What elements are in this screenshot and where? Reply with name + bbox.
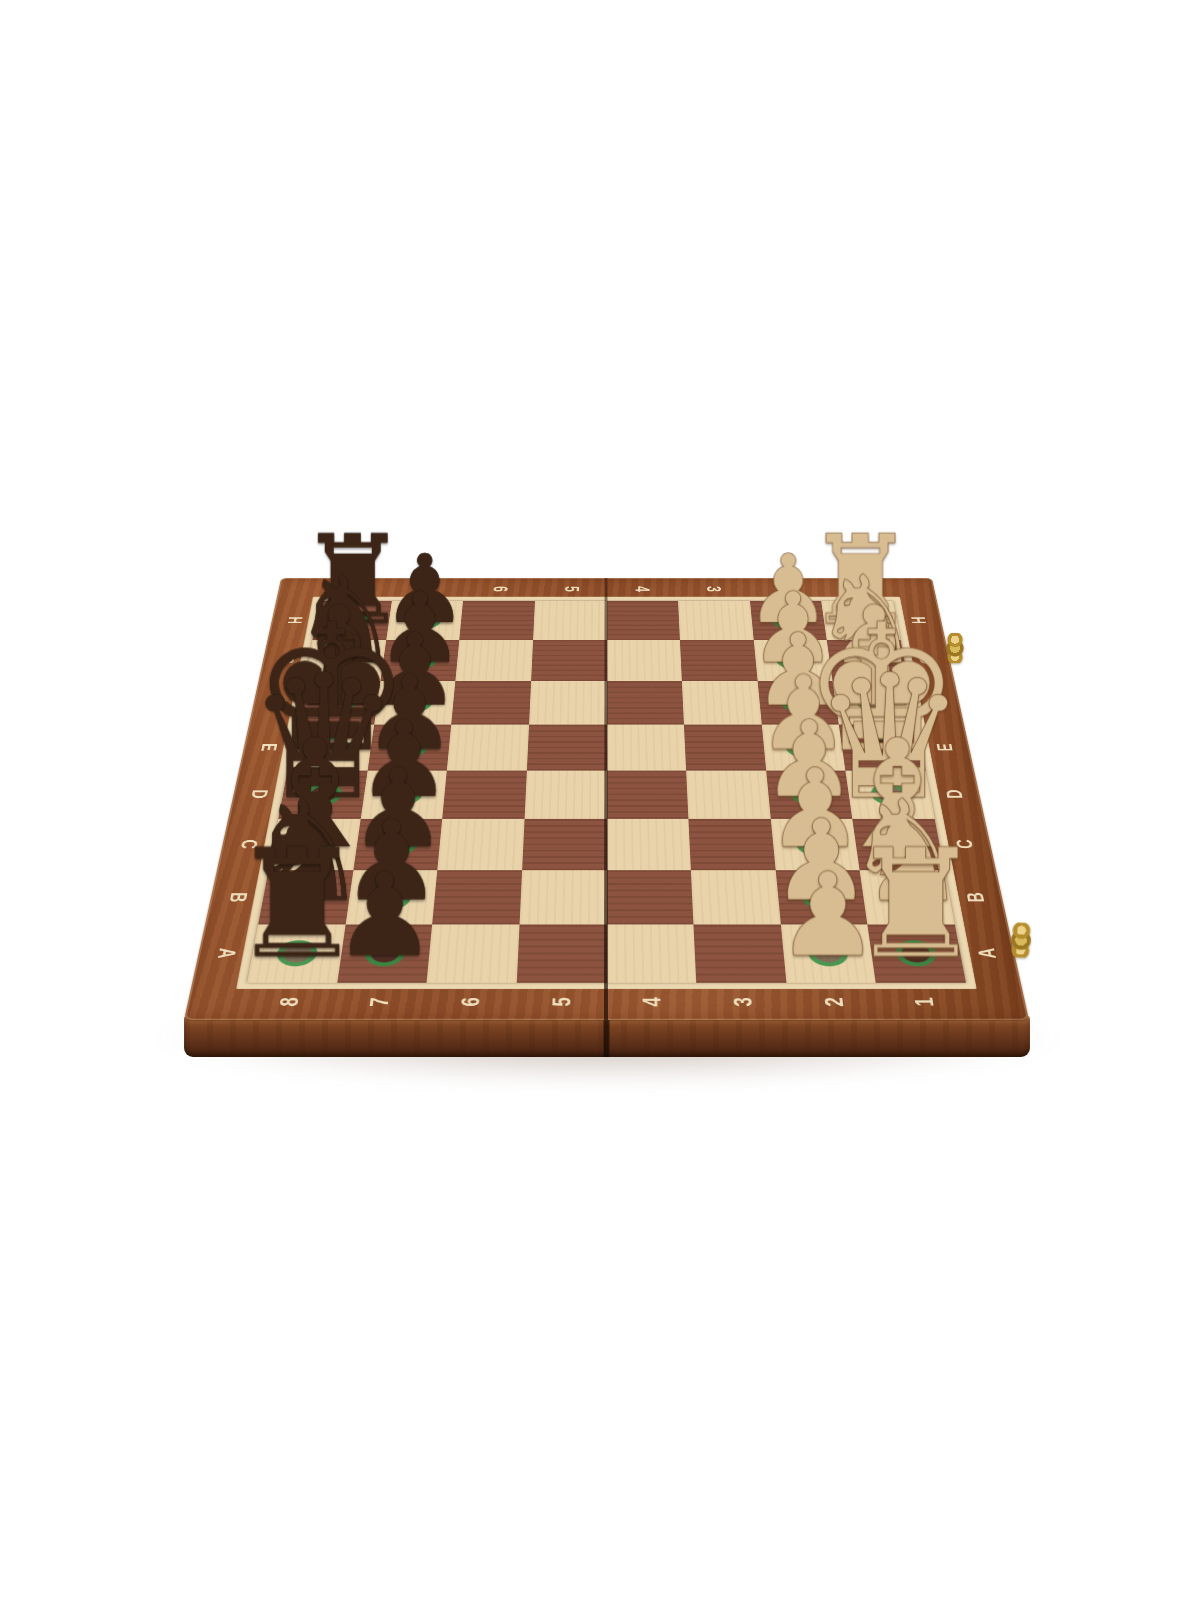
square-f3[interactable] (682, 681, 762, 724)
square-f4[interactable] (607, 681, 685, 724)
label-rank-far-6: 6 (488, 586, 511, 592)
label-file-right-A: A (973, 948, 1001, 959)
square-e4[interactable] (607, 724, 687, 770)
square-h6[interactable] (459, 601, 534, 640)
label-file-right-C: C (952, 839, 978, 848)
square-d5[interactable] (524, 770, 606, 818)
label-file-right-D: D (942, 790, 968, 799)
label-rank-near-3: 3 (728, 997, 757, 1006)
label-file-left-B: B (224, 892, 251, 902)
square-e5[interactable] (527, 724, 607, 770)
square-e6[interactable] (447, 724, 529, 770)
square-h3[interactable] (678, 601, 753, 640)
label-file-left-E: E (256, 743, 281, 751)
label-file-left-A: A (212, 948, 240, 959)
label-rank-near-1: 1 (909, 997, 939, 1006)
square-c6[interactable] (438, 819, 525, 870)
square-g4[interactable] (607, 640, 682, 681)
label-file-left-F: F (265, 699, 289, 706)
label-file-right-G: G (915, 656, 939, 664)
square-d6[interactable] (442, 770, 526, 818)
label-file-right-B: B (962, 892, 989, 902)
label-rank-far-8: 8 (346, 586, 369, 592)
square-g3[interactable] (680, 640, 757, 681)
label-file-right-F: F (924, 699, 948, 706)
square-a4[interactable] (607, 925, 697, 983)
brass-clasp-icon[interactable] (1007, 922, 1034, 958)
label-rank-near-5: 5 (547, 997, 576, 1006)
chessboard-scene: HGFEDCBAHGFEDCBA8765432187654321 ♜♞♝♛♚♝♞… (184, 175, 1029, 1020)
label-rank-near-7: 7 (365, 997, 395, 1006)
label-rank-far-5: 5 (560, 586, 583, 592)
product-photo-stage: HGFEDCBAHGFEDCBA8765432187654321 ♜♞♝♛♚♝♞… (0, 0, 1200, 1600)
label-rank-near-2: 2 (819, 997, 849, 1006)
square-f5[interactable] (529, 681, 607, 724)
square-e3[interactable] (684, 724, 766, 770)
label-rank-far-2: 2 (773, 586, 796, 592)
square-a6[interactable] (427, 925, 520, 983)
label-file-left-D: D (245, 790, 271, 799)
square-c5[interactable] (522, 819, 606, 870)
label-rank-far-4: 4 (631, 586, 654, 592)
square-g6[interactable] (456, 640, 533, 681)
label-file-left-C: C (235, 839, 261, 848)
square-b5[interactable] (519, 870, 606, 925)
square-d3[interactable] (686, 770, 770, 818)
label-file-right-H: H (908, 617, 931, 624)
label-rank-far-3: 3 (702, 586, 725, 592)
label-rank-far-7: 7 (417, 586, 440, 592)
square-h5[interactable] (533, 601, 607, 640)
square-b4[interactable] (607, 870, 694, 925)
square-g5[interactable] (531, 640, 606, 681)
square-h4[interactable] (607, 601, 681, 640)
label-file-left-G: G (274, 656, 298, 664)
label-file-left-H: H (283, 617, 306, 624)
label-rank-near-8: 8 (274, 997, 304, 1006)
label-rank-far-1: 1 (844, 586, 867, 592)
square-a5[interactable] (517, 925, 607, 983)
board-plane: HGFEDCBAHGFEDCBA8765432187654321 ♜♞♝♛♚♝♞… (184, 578, 1029, 1020)
folding-box-side (184, 1016, 1030, 1057)
label-rank-near-6: 6 (456, 997, 485, 1006)
square-a3[interactable] (694, 925, 787, 983)
label-file-right-E: E (933, 743, 958, 751)
square-b6[interactable] (432, 870, 522, 925)
square-c4[interactable] (607, 819, 691, 870)
square-d4[interactable] (607, 770, 689, 818)
square-c3[interactable] (689, 819, 776, 870)
square-b3[interactable] (691, 870, 781, 925)
brass-clasp-icon[interactable] (944, 633, 966, 663)
label-rank-near-4: 4 (637, 997, 666, 1006)
square-f6[interactable] (451, 681, 531, 724)
